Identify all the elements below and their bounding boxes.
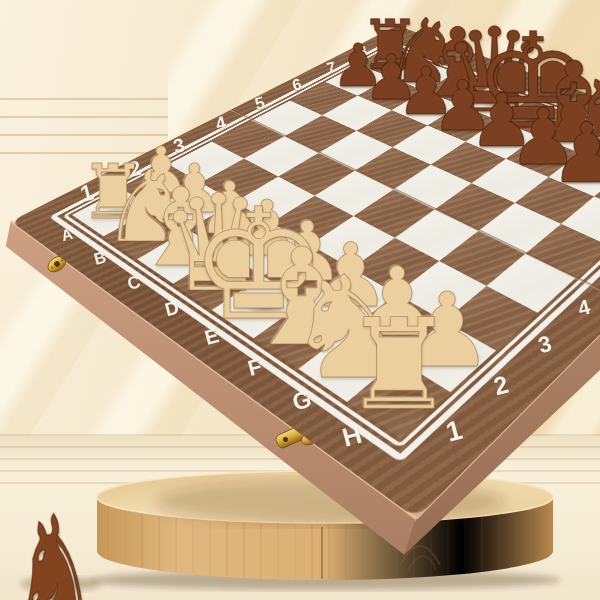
piece-white-rook-h1[interactable]: ♜ [343,303,456,429]
scene: ABCDEFGH1122334455667788 ♜♞♝♛♚♝♞♜♟♟♟♟♟♟♟… [0,0,600,600]
piece-black-pawn-h7[interactable]: ♟ [594,128,600,216]
piece-black-pawn-g7[interactable]: ♟ [550,112,600,195]
